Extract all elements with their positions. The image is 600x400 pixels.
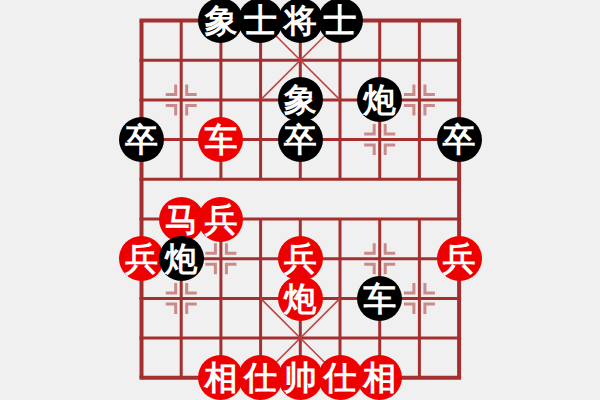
piece-black-cannon[interactable]: 炮 xyxy=(357,77,402,122)
piece-black-elephant[interactable]: 象 xyxy=(198,0,243,43)
piece-red-advisor[interactable]: 仕 xyxy=(238,355,283,400)
piece-red-elephant[interactable]: 相 xyxy=(357,355,402,400)
piece-red-soldier[interactable]: 兵 xyxy=(198,197,243,242)
piece-red-soldier[interactable]: 兵 xyxy=(437,236,482,281)
piece-black-soldier[interactable]: 卒 xyxy=(119,117,164,162)
piece-black-cannon[interactable]: 炮 xyxy=(159,236,204,281)
piece-red-soldier[interactable]: 兵 xyxy=(278,236,323,281)
piece-black-advisor[interactable]: 士 xyxy=(318,0,363,43)
piece-black-soldier[interactable]: 卒 xyxy=(437,117,482,162)
piece-red-cannon[interactable]: 炮 xyxy=(278,276,323,321)
piece-black-elephant[interactable]: 象 xyxy=(278,77,323,122)
xiangqi-board[interactable]: 象士将士象炮卒车卒卒马兵兵炮兵兵炮车相仕帅仕相 xyxy=(0,0,600,400)
pieces-layer: 象士将士象炮卒车卒卒马兵兵炮兵兵炮车相仕帅仕相 xyxy=(0,0,600,400)
piece-red-elephant[interactable]: 相 xyxy=(198,355,243,400)
piece-black-chariot[interactable]: 车 xyxy=(357,276,402,321)
piece-black-general[interactable]: 将 xyxy=(278,0,323,43)
piece-red-chariot[interactable]: 车 xyxy=(198,117,243,162)
piece-red-advisor[interactable]: 仕 xyxy=(318,355,363,400)
piece-red-general[interactable]: 帅 xyxy=(278,355,323,400)
piece-red-soldier[interactable]: 兵 xyxy=(119,236,164,281)
piece-black-advisor[interactable]: 士 xyxy=(238,0,283,43)
piece-red-horse[interactable]: 马 xyxy=(159,197,204,242)
piece-black-soldier[interactable]: 卒 xyxy=(278,117,323,162)
